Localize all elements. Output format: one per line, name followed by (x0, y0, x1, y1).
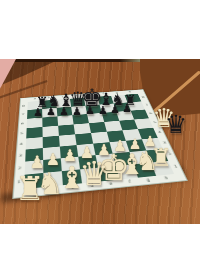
file-label-g: g (138, 177, 159, 185)
photo-area: abcdefgh abcdefgh 87654321 87654321 (0, 59, 200, 224)
square-c1 (62, 169, 82, 185)
file-label-b: b (44, 186, 64, 195)
rank-label-3: 3 (16, 150, 24, 163)
file-label-a: a (24, 188, 44, 197)
rank-label-2: 2 (15, 162, 24, 176)
file-label-e: e (101, 180, 121, 188)
rank-label-1: 1 (14, 175, 23, 190)
file-label-d: d (82, 182, 102, 190)
file-label-h: h (156, 175, 177, 183)
file-label-f: f (120, 179, 141, 187)
square-b1 (43, 171, 63, 187)
rank-label-4: 4 (17, 139, 25, 151)
file-label-c: c (63, 184, 83, 193)
square-a1 (24, 173, 44, 189)
photo-frame: abcdefgh abcdefgh 87654321 87654321 ♜♛♚♝… (0, 0, 200, 280)
